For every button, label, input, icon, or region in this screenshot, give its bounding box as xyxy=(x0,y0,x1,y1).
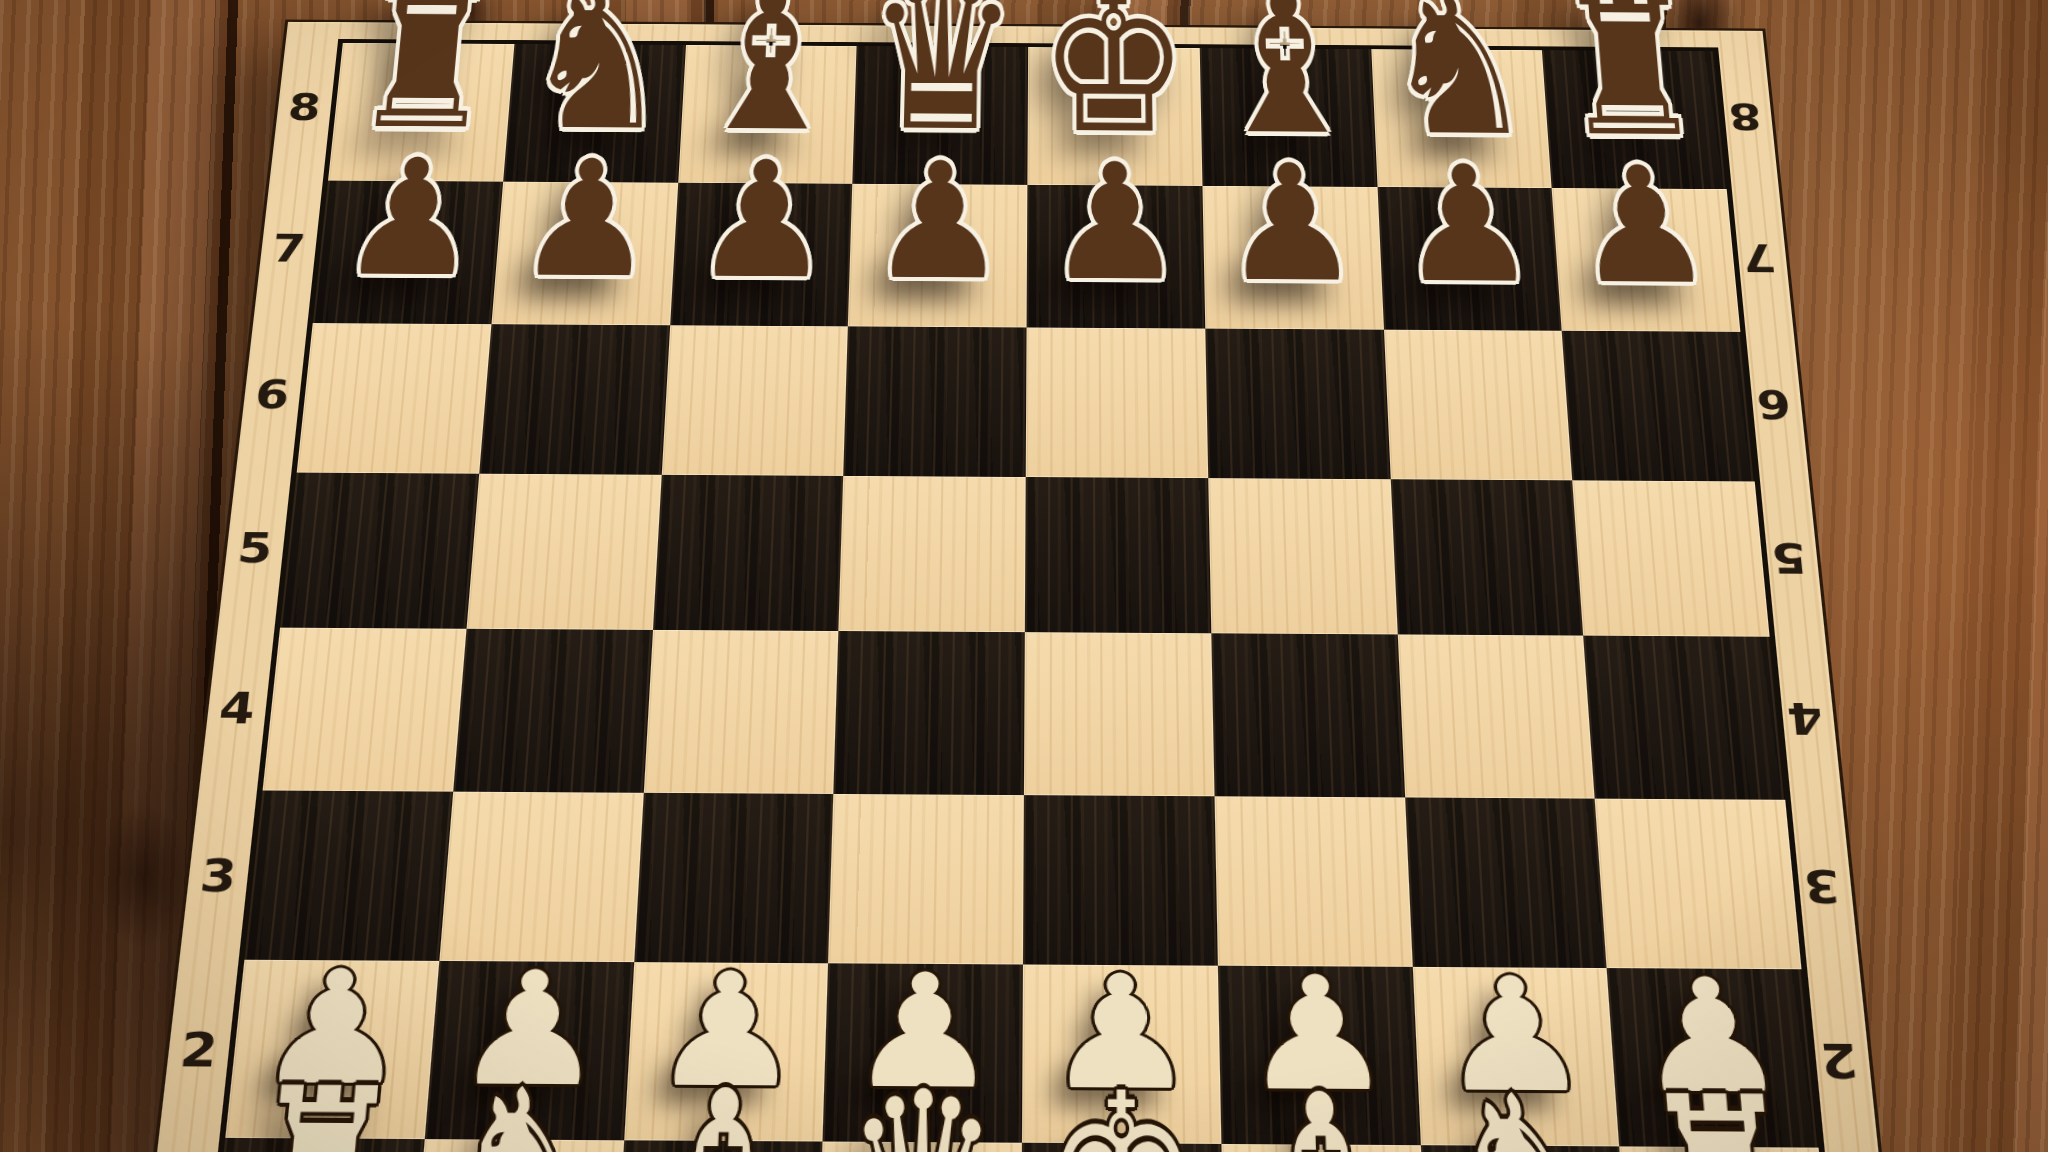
scene: ♜♞♝♛♚♝♞♜♟♟♟♟♟♟♟♟♟♟♟♟♟♟♟♟♜♞♝♛♚♝♞♜ 8765432… xyxy=(0,0,2048,1152)
square-b1[interactable]: ♞ xyxy=(409,1139,623,1152)
square-a4[interactable] xyxy=(263,628,467,792)
square-g3[interactable] xyxy=(1405,797,1607,968)
square-f3[interactable] xyxy=(1214,796,1412,967)
square-h5[interactable] xyxy=(1572,480,1769,637)
rank-label-text: 2 xyxy=(177,1023,220,1078)
rank-label-text: 8 xyxy=(1727,95,1764,138)
square-c5[interactable] xyxy=(652,474,843,631)
square-a5[interactable] xyxy=(280,472,479,629)
square-b4[interactable] xyxy=(453,629,652,793)
piece-black-pawn-a7[interactable]: ♟ xyxy=(334,138,488,299)
chess-board: ♜♞♝♛♚♝♞♜♟♟♟♟♟♟♟♟♟♟♟♟♟♟♟♟♜♞♝♛♚♝♞♜ 8765432… xyxy=(127,20,1907,1152)
square-d4[interactable] xyxy=(834,631,1025,795)
square-d5[interactable] xyxy=(839,475,1026,632)
rank-label-text: 2 xyxy=(1818,1033,1860,1088)
piece-white-knight-g1[interactable]: ♞ xyxy=(1439,1065,1608,1152)
piece-black-pawn-g7[interactable]: ♟ xyxy=(1394,144,1542,306)
square-d6[interactable] xyxy=(843,326,1026,476)
piece-white-king-e1[interactable]: ♚ xyxy=(1044,1062,1202,1152)
rank-label-text: 3 xyxy=(1801,859,1842,912)
piece-black-pawn-d7[interactable]: ♟ xyxy=(868,141,1009,303)
square-h4[interactable] xyxy=(1583,636,1785,800)
rank-label-text: 5 xyxy=(235,524,275,572)
square-b3[interactable] xyxy=(439,791,643,962)
square-e5[interactable] xyxy=(1025,477,1211,634)
square-h7[interactable]: ♟ xyxy=(1552,188,1741,332)
rank-label-text: 5 xyxy=(1769,534,1808,582)
piece-white-bishop-c1[interactable]: ♝ xyxy=(638,1060,804,1152)
square-a3[interactable] xyxy=(244,790,453,961)
piece-black-pawn-f7[interactable]: ♟ xyxy=(1220,143,1364,305)
square-f6[interactable] xyxy=(1205,329,1390,479)
rank-label-text: 4 xyxy=(217,683,258,733)
piece-white-rook-h1[interactable]: ♜ xyxy=(1636,1066,1811,1152)
square-b7[interactable]: ♟ xyxy=(491,181,678,325)
square-a6[interactable] xyxy=(297,323,491,473)
square-c4[interactable] xyxy=(643,630,838,794)
square-g4[interactable] xyxy=(1397,634,1595,798)
square-d1[interactable]: ♛ xyxy=(817,1141,1022,1152)
square-h3[interactable] xyxy=(1595,798,1802,969)
square-e3[interactable] xyxy=(1023,795,1218,966)
rank-label-text: 4 xyxy=(1785,693,1825,744)
rank-label-text: 7 xyxy=(1740,235,1778,279)
square-c1[interactable]: ♝ xyxy=(613,1140,823,1152)
square-f4[interactable] xyxy=(1211,633,1405,797)
square-g7[interactable]: ♟ xyxy=(1377,187,1562,331)
square-d3[interactable] xyxy=(828,793,1024,964)
square-c3[interactable] xyxy=(634,792,834,963)
square-g1[interactable]: ♞ xyxy=(1420,1145,1632,1152)
square-b5[interactable] xyxy=(466,473,661,630)
square-a1[interactable]: ♜ xyxy=(205,1137,424,1152)
rank-label-text: 7 xyxy=(270,226,308,270)
rank-label-text: 3 xyxy=(197,849,239,902)
square-a7[interactable]: ♟ xyxy=(313,180,503,324)
square-g5[interactable] xyxy=(1390,479,1583,636)
square-f7[interactable]: ♟ xyxy=(1202,186,1383,330)
piece-white-rook-a1[interactable]: ♜ xyxy=(231,1058,409,1152)
board-grid: ♜♞♝♛♚♝♞♜♟♟♟♟♟♟♟♟♟♟♟♟♟♟♟♟♜♞♝♛♚♝♞♜ xyxy=(199,39,1843,1152)
square-h6[interactable] xyxy=(1562,331,1755,481)
square-c6[interactable] xyxy=(661,325,848,475)
piece-black-pawn-c7[interactable]: ♟ xyxy=(690,140,835,302)
square-e1[interactable]: ♚ xyxy=(1021,1142,1225,1152)
piece-white-bishop-f1[interactable]: ♝ xyxy=(1241,1064,1404,1152)
square-f5[interactable] xyxy=(1208,478,1397,635)
piece-white-queen-d1[interactable]: ♛ xyxy=(841,1061,1001,1152)
square-b6[interactable] xyxy=(479,324,670,474)
rank-label-text: 6 xyxy=(253,372,292,418)
table-background: ♜♞♝♛♚♝♞♜♟♟♟♟♟♟♟♟♟♟♟♟♟♟♟♟♜♞♝♛♚♝♞♜ 8765432… xyxy=(0,0,2048,1152)
square-d7[interactable]: ♟ xyxy=(848,183,1027,327)
square-e7[interactable]: ♟ xyxy=(1027,184,1205,328)
piece-black-pawn-e7[interactable]: ♟ xyxy=(1046,142,1186,304)
piece-black-pawn-b7[interactable]: ♟ xyxy=(512,139,662,301)
piece-black-pawn-h7[interactable]: ♟ xyxy=(1567,145,1719,307)
square-h1[interactable]: ♜ xyxy=(1619,1146,1836,1152)
rank-label-text: 8 xyxy=(286,86,323,129)
square-e6[interactable] xyxy=(1026,327,1208,477)
square-e4[interactable] xyxy=(1024,632,1214,796)
rank-label-text: 6 xyxy=(1755,381,1793,427)
square-f1[interactable]: ♝ xyxy=(1221,1143,1429,1152)
piece-white-knight-b1[interactable]: ♞ xyxy=(435,1059,607,1152)
square-g6[interactable] xyxy=(1383,330,1572,480)
square-c7[interactable]: ♟ xyxy=(670,182,853,326)
